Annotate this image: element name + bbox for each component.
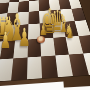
gold-pawn-b7[interactable]: ♟ (17, 25, 31, 50)
gold-knight-h8[interactable]: ♞ (64, 22, 75, 42)
chess-set-photo: ♜♞♝♟♟♟♚♛♝♞ (0, 0, 90, 90)
fallen-red-bead-piece[interactable] (37, 36, 45, 43)
gold-pawn-a7[interactable]: ♟ (0, 30, 11, 52)
pieces-layer: ♜♞♝♟♟♟♚♛♝♞ (0, 0, 90, 90)
